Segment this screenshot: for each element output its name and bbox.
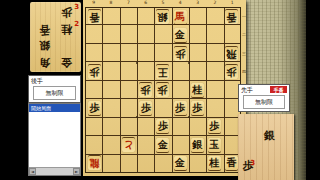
rank-label: 三 [242, 44, 246, 62]
piece-桂-3e[interactable]: 桂 [189, 81, 206, 99]
hand-piece-歩[interactable]: 歩3 [243, 160, 254, 172]
move-list-window: 開始局面 ◄ ► [28, 103, 81, 176]
hand-piece-銀[interactable]: 銀 [33, 37, 56, 54]
sente-captured-tray: 銀歩3 [238, 114, 294, 180]
piece-歩-3f[interactable]: 歩 [189, 99, 206, 117]
piece-飛-1c[interactable]: 飛 [223, 44, 240, 62]
file-label: 3 [189, 0, 206, 6]
hand-piece-歩[interactable]: 歩3 [56, 4, 79, 21]
piece-金-5h[interactable]: 金 [154, 136, 171, 154]
rank-label: 二 [242, 25, 246, 43]
file-label: 7 [120, 0, 137, 6]
sente-player-panel: 先手 手番 無制限 [238, 84, 290, 112]
file-label: 1 [224, 0, 241, 6]
file-label: 6 [137, 0, 154, 6]
hand-piece-金[interactable]: 金 [56, 54, 79, 71]
piece-歩-9d[interactable]: 歩 [86, 63, 103, 81]
board-grid[interactable]: 香銀馬香金歩飛歩王歩歩歩桂歩歩歩歩歩歩と金銀玉龍金桂香 [85, 7, 241, 173]
piece-香-1a[interactable]: 香 [223, 8, 240, 26]
piece-と-7h[interactable]: と [120, 136, 137, 154]
piece-歩-5g[interactable]: 歩 [154, 117, 171, 135]
scroll-right-button[interactable]: ► [73, 168, 80, 175]
piece-count: 2 [74, 20, 79, 28]
piece-王-5d[interactable]: 王 [154, 63, 171, 81]
gote-time-limit: 無制限 [33, 86, 76, 100]
scroll-left-button[interactable]: ◄ [29, 168, 36, 175]
piece-歩-4c[interactable]: 歩 [172, 44, 189, 62]
shogi-app: 987654321 一二三四五六七八九 香銀馬香金歩飛歩王歩歩歩桂歩歩歩歩歩歩と… [0, 0, 320, 180]
file-labels: 987654321 [85, 0, 241, 6]
move-list-selected-item[interactable]: 開始局面 [29, 104, 80, 112]
piece-count: 3 [74, 3, 79, 11]
piece-銀-3h[interactable]: 銀 [189, 136, 206, 154]
piece-銀-5a[interactable]: 銀 [154, 8, 171, 26]
piece-金-4b[interactable]: 金 [172, 26, 189, 44]
gote-hand: 歩3香桂2銀角金 [33, 4, 78, 70]
gote-captured-tray: 歩3香桂2銀角金 [30, 2, 81, 72]
sente-player-name: 先手 [241, 86, 253, 95]
file-label: 5 [154, 0, 171, 6]
piece-桂-2i[interactable]: 桂 [206, 154, 223, 172]
move-list-scrollbar[interactable]: ◄ ► [29, 167, 80, 175]
hand-piece-銀[interactable]: 銀 [264, 130, 275, 142]
rank-label: 四 [242, 62, 246, 80]
turn-badge: 手番 [270, 86, 287, 93]
piece-歩-6f[interactable]: 歩 [137, 99, 154, 117]
sente-time-limit: 無制限 [243, 95, 285, 109]
piece-金-4i[interactable]: 金 [172, 154, 189, 172]
shogi-board: 987654321 一二三四五六七八九 香銀馬香金歩飛歩王歩歩歩桂歩歩歩歩歩歩と… [83, 0, 246, 176]
file-label: 4 [172, 0, 189, 6]
piece-馬-4a[interactable]: 馬 [172, 8, 189, 26]
piece-歩-5e[interactable]: 歩 [154, 81, 171, 99]
hoshi-dot [136, 62, 138, 64]
piece-香-9a[interactable]: 香 [86, 8, 103, 26]
gote-player-name: 後手 [31, 77, 43, 86]
piece-玉-2h[interactable]: 玉 [206, 136, 223, 154]
piece-香-1i[interactable]: 香 [223, 154, 240, 172]
file-label: 2 [206, 0, 223, 6]
gote-player-panel: 後手 無制限 [28, 75, 81, 103]
file-label: 8 [102, 0, 119, 6]
piece-龍-9i[interactable]: 龍 [86, 154, 103, 172]
piece-count: 3 [250, 159, 255, 167]
piece-歩-4f[interactable]: 歩 [172, 99, 189, 117]
hand-piece-桂[interactable]: 桂2 [56, 21, 79, 38]
rank-label: 一 [242, 7, 246, 25]
hand-piece-角[interactable]: 角 [33, 54, 56, 71]
file-label: 9 [85, 0, 102, 6]
piece-歩-6e[interactable]: 歩 [137, 81, 154, 99]
piece-歩-9f[interactable]: 歩 [86, 99, 103, 117]
piece-歩-1d[interactable]: 歩 [223, 63, 240, 81]
piece-歩-2g[interactable]: 歩 [206, 117, 223, 135]
hand-piece-香[interactable]: 香 [33, 21, 56, 38]
